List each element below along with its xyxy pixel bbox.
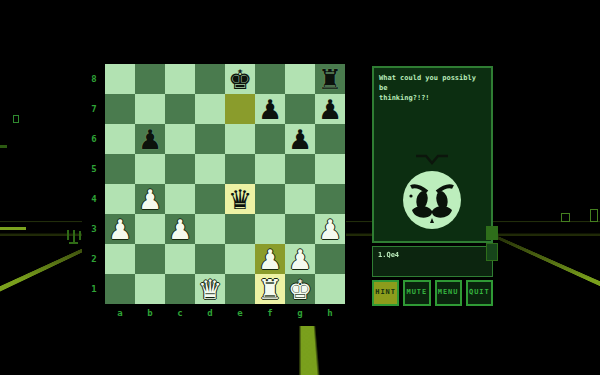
square-c1[interactable] [165, 274, 195, 304]
file-label-d: d [195, 305, 225, 321]
square-e6[interactable] [225, 124, 255, 154]
file-label-b: b [135, 305, 165, 321]
rank-label-3: 3 [86, 214, 102, 244]
rank-label-5: 5 [86, 154, 102, 184]
square-f7[interactable]: ♟ [255, 94, 285, 124]
square-b7[interactable] [135, 94, 165, 124]
chess-board[interactable]: ♚♜♟♟♟♟♟♛♟♟♟♟♟♛♜♚ [105, 64, 345, 304]
square-c7[interactable] [165, 94, 195, 124]
rank-labels: 87654321 [86, 64, 102, 304]
square-a3[interactable]: ♟ [105, 214, 135, 244]
square-a7[interactable] [105, 94, 135, 124]
piece-white-pawn-a3[interactable]: ♟ [105, 214, 135, 244]
file-label-f: f [255, 305, 285, 321]
square-a1[interactable] [105, 274, 135, 304]
piece-white-pawn-c3[interactable]: ♟ [165, 214, 195, 244]
square-f2[interactable]: ♟ [255, 244, 285, 274]
square-h6[interactable] [315, 124, 345, 154]
square-h1[interactable] [315, 274, 345, 304]
square-d8[interactable] [195, 64, 225, 94]
piece-black-king-e8[interactable]: ♚ [225, 64, 255, 94]
mute-button[interactable]: MUTE [403, 280, 430, 306]
square-d4[interactable] [195, 184, 225, 214]
angry-brow-icon [415, 152, 449, 166]
quit-button[interactable]: QUIT [466, 280, 493, 306]
chess-game-screen: 87654321 ♚♜♟♟♟♟♟♛♟♟♟♟♟♛♜♚ abcdefgh What … [0, 0, 600, 375]
message-line-2: thinking?!?! [379, 93, 487, 103]
glitch-artifact [590, 209, 598, 222]
square-d3[interactable] [195, 214, 225, 244]
glitch-artifact [0, 145, 7, 148]
square-a5[interactable] [105, 154, 135, 184]
square-g2[interactable]: ♟ [285, 244, 315, 274]
glitch-artifact [67, 230, 69, 240]
hint-button[interactable]: HINT [372, 280, 399, 306]
square-b6[interactable]: ♟ [135, 124, 165, 154]
piece-white-pawn-g2[interactable]: ♟ [285, 244, 315, 274]
square-c5[interactable] [165, 154, 195, 184]
square-e8[interactable]: ♚ [225, 64, 255, 94]
file-label-g: g [285, 305, 315, 321]
square-h5[interactable] [315, 154, 345, 184]
square-c4[interactable] [165, 184, 195, 214]
button-bar: HINT MUTE MENU QUIT [372, 280, 493, 306]
square-b3[interactable] [135, 214, 165, 244]
square-c8[interactable] [165, 64, 195, 94]
square-c3[interactable]: ♟ [165, 214, 195, 244]
square-d2[interactable] [195, 244, 225, 274]
move-list[interactable]: 1.Qe4 [372, 246, 493, 277]
opponent-panel: What could you possibly be thinking?!?! [372, 66, 493, 243]
rank-label-7: 7 [86, 94, 102, 124]
move-text: 1.Qe4 [378, 251, 399, 259]
board-backing: 87654321 ♚♜♟♟♟♟♟♛♟♟♟♟♟♛♜♚ abcdefgh [82, 54, 346, 326]
glitch-artifact [13, 115, 19, 123]
square-g7[interactable] [285, 94, 315, 124]
square-b2[interactable] [135, 244, 165, 274]
square-g8[interactable] [285, 64, 315, 94]
square-e5[interactable] [225, 154, 255, 184]
square-f3[interactable] [255, 214, 285, 244]
rank-label-2: 2 [86, 244, 102, 274]
opponent-face [402, 170, 462, 230]
square-g6[interactable]: ♟ [285, 124, 315, 154]
piece-black-pawn-b6[interactable]: ♟ [135, 124, 165, 154]
square-b4[interactable]: ♟ [135, 184, 165, 214]
square-e7[interactable] [225, 94, 255, 124]
file-label-h: h [315, 305, 345, 321]
square-f8[interactable] [255, 64, 285, 94]
square-b1[interactable] [135, 274, 165, 304]
piece-white-pawn-f2[interactable]: ♟ [255, 244, 285, 274]
square-a8[interactable] [105, 64, 135, 94]
glitch-artifact [486, 226, 498, 240]
glitch-artifact [561, 213, 570, 222]
rank-label-6: 6 [86, 124, 102, 154]
angry-face-icon [402, 170, 462, 230]
square-g1[interactable]: ♚ [285, 274, 315, 304]
piece-black-pawn-g6[interactable]: ♟ [285, 124, 315, 154]
file-label-c: c [165, 305, 195, 321]
square-a2[interactable] [105, 244, 135, 274]
rank-label-8: 8 [86, 64, 102, 94]
square-e4[interactable]: ♛ [225, 184, 255, 214]
piece-white-pawn-b4[interactable]: ♟ [135, 184, 165, 214]
file-labels: abcdefgh [105, 305, 345, 321]
square-g3[interactable] [285, 214, 315, 244]
square-h8[interactable]: ♜ [315, 64, 345, 94]
square-c2[interactable] [165, 244, 195, 274]
file-label-a: a [105, 305, 135, 321]
square-h7[interactable]: ♟ [315, 94, 345, 124]
menu-button[interactable]: MENU [435, 280, 462, 306]
file-label-e: e [225, 305, 255, 321]
square-e3[interactable] [225, 214, 255, 244]
square-b5[interactable] [135, 154, 165, 184]
square-e2[interactable] [225, 244, 255, 274]
piece-black-rook-h8[interactable]: ♜ [315, 64, 345, 94]
piece-white-queen-d1[interactable]: ♛ [195, 274, 225, 304]
glitch-artifact [69, 242, 78, 244]
rank-label-1: 1 [86, 274, 102, 304]
glitch-artifact [79, 231, 81, 240]
piece-black-queen-e4[interactable]: ♛ [225, 184, 255, 214]
piece-black-pawn-h7[interactable]: ♟ [315, 94, 345, 124]
rank-label-4: 4 [86, 184, 102, 214]
square-b8[interactable] [135, 64, 165, 94]
message-line-1: What could you possibly be [379, 73, 487, 93]
square-f4[interactable] [255, 184, 285, 214]
opponent-message: What could you possibly be thinking?!?! [374, 68, 491, 103]
square-c6[interactable] [165, 124, 195, 154]
square-h2[interactable] [315, 244, 345, 274]
square-d1[interactable]: ♛ [195, 274, 225, 304]
square-f6[interactable] [255, 124, 285, 154]
piece-white-king-g1[interactable]: ♚ [285, 274, 315, 304]
square-h3[interactable]: ♟ [315, 214, 345, 244]
square-e1[interactable] [225, 274, 255, 304]
square-h4[interactable] [315, 184, 345, 214]
piece-white-rook-f1[interactable]: ♜ [255, 274, 285, 304]
square-g5[interactable] [285, 154, 315, 184]
square-f5[interactable] [255, 154, 285, 184]
glitch-artifact [0, 227, 26, 230]
square-d7[interactable] [195, 94, 225, 124]
glitch-artifact [486, 243, 498, 261]
square-d5[interactable] [195, 154, 225, 184]
piece-white-pawn-h3[interactable]: ♟ [315, 214, 345, 244]
square-a6[interactable] [105, 124, 135, 154]
square-g4[interactable] [285, 184, 315, 214]
square-f1[interactable]: ♜ [255, 274, 285, 304]
square-a4[interactable] [105, 184, 135, 214]
piece-black-pawn-f7[interactable]: ♟ [255, 94, 285, 124]
square-d6[interactable] [195, 124, 225, 154]
